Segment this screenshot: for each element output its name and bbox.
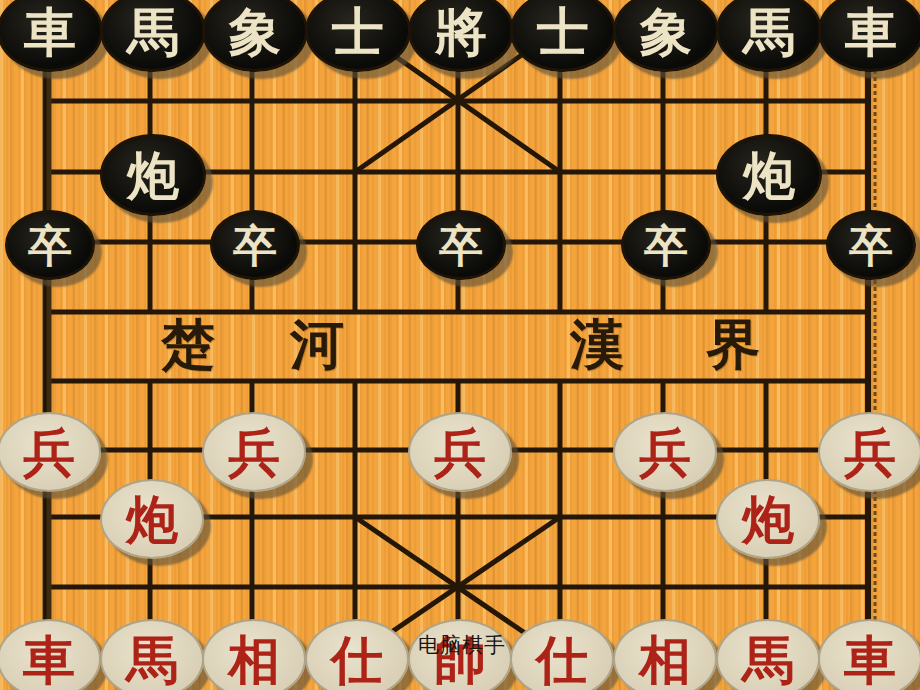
piece-glyph: 馬: [127, 6, 179, 58]
piece-red-advisor[interactable]: 仕: [305, 619, 409, 690]
piece-glyph: 仕: [331, 634, 383, 686]
piece-glyph: 士: [332, 6, 384, 58]
piece-glyph: 仕: [536, 634, 588, 686]
piece-black-cannon[interactable]: 炮: [716, 134, 822, 216]
piece-glyph: 馬: [126, 634, 178, 686]
piece-red-advisor[interactable]: 仕: [510, 619, 614, 690]
piece-black-soldier[interactable]: 卒: [210, 210, 300, 280]
river-label-char: 界: [706, 309, 760, 382]
river-label-char: 楚: [161, 309, 215, 382]
xiangqi-board[interactable]: 楚河漢界 車馬象士將士象馬車炮炮卒卒卒卒卒兵兵兵兵兵炮炮車馬相仕帥仕相馬車 电脑…: [0, 0, 920, 690]
river-label-char: 漢: [570, 309, 624, 382]
piece-glyph: 將: [435, 6, 487, 58]
piece-glyph: 卒: [439, 224, 483, 268]
piece-glyph: 相: [228, 634, 280, 686]
piece-glyph: 車: [24, 6, 76, 58]
piece-glyph: 炮: [743, 150, 795, 202]
piece-red-cannon[interactable]: 炮: [100, 479, 204, 559]
piece-red-soldier[interactable]: 兵: [613, 412, 717, 492]
piece-glyph: 卒: [644, 224, 688, 268]
piece-red-soldier[interactable]: 兵: [408, 412, 512, 492]
piece-red-horse[interactable]: 馬: [716, 619, 820, 690]
piece-glyph: 車: [845, 6, 897, 58]
piece-glyph: 士: [537, 6, 589, 58]
piece-glyph: 炮: [742, 494, 794, 546]
piece-red-cannon[interactable]: 炮: [716, 479, 820, 559]
piece-black-soldier[interactable]: 卒: [621, 210, 711, 280]
watermark-label: 电脑棋手: [418, 631, 506, 659]
piece-glyph: 炮: [127, 150, 179, 202]
piece-red-soldier[interactable]: 兵: [0, 412, 101, 492]
piece-glyph: 兵: [844, 427, 896, 479]
piece-glyph: 象: [229, 6, 281, 58]
piece-red-soldier[interactable]: 兵: [818, 412, 920, 492]
piece-glyph: 車: [23, 634, 75, 686]
piece-glyph: 兵: [639, 427, 691, 479]
piece-red-chariot[interactable]: 車: [818, 619, 920, 690]
piece-glyph: 卒: [233, 224, 277, 268]
piece-glyph: 兵: [23, 427, 75, 479]
piece-glyph: 馬: [743, 6, 795, 58]
river-label-char: 河: [290, 309, 344, 382]
piece-glyph: 兵: [434, 427, 486, 479]
piece-black-soldier[interactable]: 卒: [5, 210, 95, 280]
piece-glyph: 卒: [28, 224, 72, 268]
piece-glyph: 兵: [228, 427, 280, 479]
piece-black-soldier[interactable]: 卒: [416, 210, 506, 280]
piece-red-elephant[interactable]: 相: [613, 619, 717, 690]
piece-glyph: 相: [639, 634, 691, 686]
piece-glyph: 炮: [126, 494, 178, 546]
piece-black-soldier[interactable]: 卒: [826, 210, 916, 280]
piece-glyph: 象: [640, 6, 692, 58]
piece-black-cannon[interactable]: 炮: [100, 134, 206, 216]
piece-red-soldier[interactable]: 兵: [202, 412, 306, 492]
piece-red-horse[interactable]: 馬: [100, 619, 204, 690]
piece-glyph: 卒: [849, 224, 893, 268]
piece-glyph: 車: [844, 634, 896, 686]
board-grid-lines: [0, 0, 920, 690]
piece-red-elephant[interactable]: 相: [202, 619, 306, 690]
piece-glyph: 馬: [742, 634, 794, 686]
